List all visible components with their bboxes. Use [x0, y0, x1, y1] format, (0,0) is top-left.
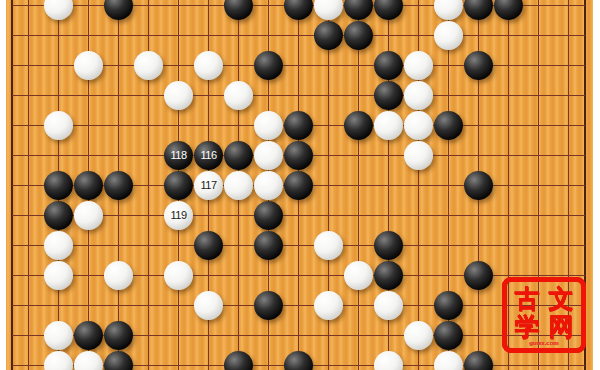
white-stone — [44, 321, 73, 350]
black-stone — [344, 111, 373, 140]
white-stone — [44, 231, 73, 260]
white-stone — [194, 51, 223, 80]
black-stone — [74, 171, 103, 200]
seal-char-gu: 古 — [515, 286, 540, 311]
white-stone — [404, 141, 433, 170]
white-stone — [254, 111, 283, 140]
white-stone — [254, 141, 283, 170]
white-stone — [104, 261, 133, 290]
white-stone — [194, 291, 223, 320]
move-number-label: 116 — [200, 150, 216, 161]
grid-line-horizontal — [12, 245, 585, 246]
grid-line-horizontal — [12, 35, 585, 36]
black-stone — [104, 321, 133, 350]
black-stone — [374, 51, 403, 80]
black-stone — [464, 171, 493, 200]
white-stone — [434, 21, 463, 50]
white-stone — [44, 111, 73, 140]
go-game-screenshot: 118116117119 古 文 学 网 guwx.com — [0, 0, 600, 370]
white-stone: 117 — [194, 171, 223, 200]
grid-line-horizontal — [12, 305, 585, 306]
black-stone — [284, 141, 313, 170]
seal-small-text: guwx.com — [529, 340, 558, 346]
white-stone — [164, 81, 193, 110]
black-stone — [254, 231, 283, 260]
move-number-label: 117 — [200, 180, 216, 191]
black-stone — [74, 321, 103, 350]
white-stone — [404, 51, 433, 80]
black-stone — [44, 171, 73, 200]
black-stone — [464, 51, 493, 80]
black-stone — [374, 231, 403, 260]
move-number-label: 119 — [170, 210, 186, 221]
white-stone — [44, 261, 73, 290]
black-stone — [44, 201, 73, 230]
black-stone — [254, 201, 283, 230]
black-stone — [344, 21, 373, 50]
white-stone — [74, 201, 103, 230]
white-stone — [164, 261, 193, 290]
black-stone — [164, 171, 193, 200]
white-stone — [74, 51, 103, 80]
black-stone — [464, 261, 493, 290]
white-stone — [224, 171, 253, 200]
white-stone — [374, 291, 403, 320]
white-stone — [224, 81, 253, 110]
black-stone: 118 — [164, 141, 193, 170]
black-stone — [374, 261, 403, 290]
white-stone — [314, 291, 343, 320]
white-stone — [254, 171, 283, 200]
seal-char-wang: 网 — [549, 314, 574, 339]
black-stone — [254, 291, 283, 320]
black-stone — [374, 81, 403, 110]
seal-char-wen: 文 — [549, 286, 574, 311]
white-stone — [344, 261, 373, 290]
black-stone — [284, 171, 313, 200]
black-stone: 116 — [194, 141, 223, 170]
white-stone — [404, 321, 433, 350]
move-number-label: 118 — [170, 150, 186, 161]
red-seal-watermark: 古 文 学 网 guwx.com — [502, 277, 586, 353]
black-stone — [284, 111, 313, 140]
white-stone: 119 — [164, 201, 193, 230]
seal-char-xue: 学 — [515, 314, 540, 339]
white-stone — [134, 51, 163, 80]
white-stone — [314, 231, 343, 260]
white-stone — [374, 111, 403, 140]
black-stone — [254, 51, 283, 80]
black-stone — [434, 291, 463, 320]
black-stone — [104, 171, 133, 200]
grid-line-horizontal — [12, 275, 585, 276]
black-stone — [434, 111, 463, 140]
white-stone — [404, 111, 433, 140]
black-stone — [314, 21, 343, 50]
black-stone — [224, 141, 253, 170]
grid-line-horizontal — [12, 95, 585, 96]
black-stone — [194, 231, 223, 260]
black-stone — [434, 321, 463, 350]
white-stone — [404, 81, 433, 110]
